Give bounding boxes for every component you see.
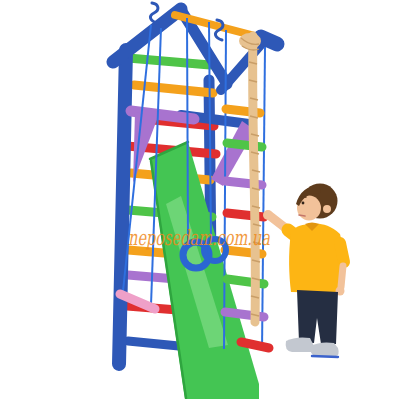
child <box>263 184 345 358</box>
child-hand <box>263 210 273 220</box>
left-post <box>119 50 126 364</box>
wall-rung <box>134 85 213 93</box>
child-eyebrow <box>300 197 306 198</box>
rope-ladder-cord <box>262 47 265 351</box>
product-photo: neposedam.com.ua <box>0 0 398 399</box>
child-eye <box>302 202 305 205</box>
crossbar-end-cap <box>261 37 277 44</box>
child-shoe <box>311 342 339 356</box>
rope-ladder-rung <box>241 342 269 348</box>
child-shoe <box>286 337 314 352</box>
climbing-wall-illustration: neposedam.com.ua <box>0 0 398 399</box>
child-shoe-sole <box>312 356 338 357</box>
wall-rung <box>128 58 210 65</box>
watermark-text: neposedam.com.ua <box>128 226 270 250</box>
child-right-sleeve <box>340 243 344 262</box>
child-mouth <box>299 215 305 216</box>
child-right-forearm <box>341 266 343 287</box>
ring-cord <box>187 18 188 244</box>
child-shirt <box>289 224 343 293</box>
child-ear <box>323 205 331 213</box>
child-pants <box>297 290 338 344</box>
